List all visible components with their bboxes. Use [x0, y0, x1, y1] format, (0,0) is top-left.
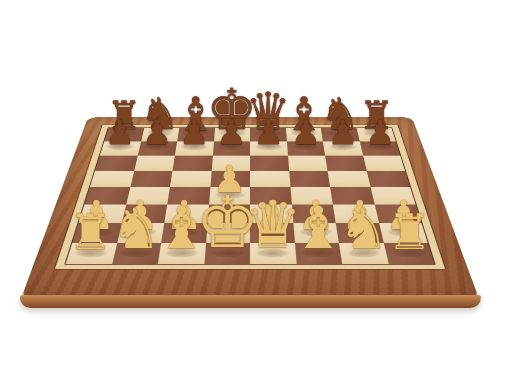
square-g8: [141, 128, 180, 141]
board-front-edge: [20, 295, 481, 308]
chess-board-scene: [60, 3, 440, 380]
square-b5: [327, 171, 370, 187]
photo-canvas: ♜♞♝♚♛♝♞♜♟♟♟♟♟♟♟♟♟♟♟♟♟♟♟♟♜♞♝♚♛♝♞♜: [0, 0, 507, 380]
square-a2: [379, 223, 428, 243]
square-e7: [212, 141, 250, 155]
square-f2: [161, 223, 207, 243]
square-g7: [137, 141, 177, 155]
square-g6: [134, 156, 175, 171]
square-g4: [126, 187, 170, 204]
square-e4: [209, 187, 250, 204]
square-b1: [339, 243, 388, 264]
square-e3: [207, 204, 250, 223]
square-f4: [167, 187, 210, 204]
square-e2: [206, 223, 250, 243]
square-c6: [288, 156, 328, 171]
square-d5: [250, 171, 290, 187]
square-c8: [285, 128, 322, 141]
square-e8: [214, 128, 250, 141]
square-a7: [359, 141, 400, 155]
square-a8: [356, 128, 396, 141]
square-f8: [177, 128, 214, 141]
square-c5: [289, 171, 330, 187]
square-h8: [104, 128, 144, 141]
square-b2: [336, 223, 384, 243]
square-e1: [204, 243, 250, 264]
square-c2: [293, 223, 339, 243]
square-h4: [84, 187, 129, 204]
square-c1: [294, 243, 342, 264]
square-h6: [95, 156, 137, 171]
square-d8: [250, 128, 286, 141]
square-d1: [250, 243, 296, 264]
square-f1: [158, 243, 206, 264]
board-squares: [64, 127, 435, 264]
square-d4: [250, 187, 291, 204]
square-b8: [321, 128, 360, 141]
square-h1: [66, 243, 117, 264]
square-b7: [323, 141, 363, 155]
square-a1: [383, 243, 434, 264]
square-c3: [291, 204, 335, 223]
square-d2: [250, 223, 294, 243]
square-b4: [330, 187, 374, 204]
square-h2: [72, 223, 121, 243]
square-f3: [164, 204, 208, 223]
square-a5: [366, 171, 410, 187]
square-d3: [250, 204, 293, 223]
square-f6: [173, 156, 213, 171]
square-e6: [211, 156, 250, 171]
square-b3: [333, 204, 379, 223]
square-a4: [370, 187, 415, 204]
square-c4: [290, 187, 333, 204]
chess-board: [20, 117, 480, 301]
square-a3: [374, 204, 421, 223]
square-c7: [286, 141, 325, 155]
square-f7: [175, 141, 214, 155]
square-h7: [100, 141, 141, 155]
square-g3: [121, 204, 167, 223]
square-b6: [325, 156, 366, 171]
square-f5: [170, 171, 211, 187]
square-d6: [250, 156, 289, 171]
square-g5: [130, 171, 173, 187]
square-d7: [250, 141, 288, 155]
square-a6: [363, 156, 405, 171]
square-g2: [117, 223, 165, 243]
square-g1: [112, 243, 161, 264]
square-e5: [210, 171, 250, 187]
square-h5: [90, 171, 134, 187]
square-h3: [79, 204, 126, 223]
